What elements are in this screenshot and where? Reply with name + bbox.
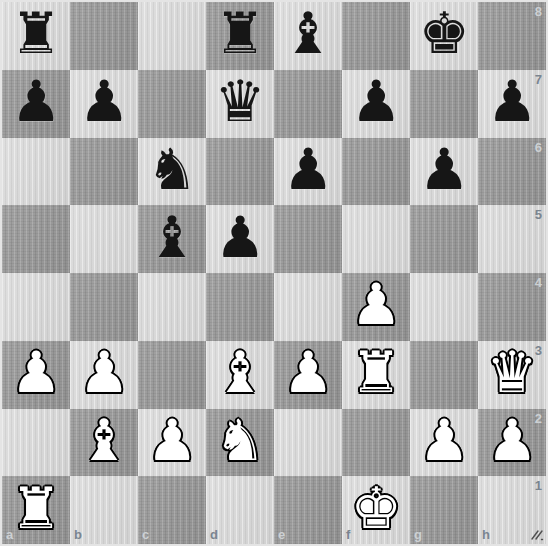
square-g1[interactable]: g bbox=[410, 476, 478, 544]
square-g7[interactable] bbox=[410, 70, 478, 138]
square-b4[interactable] bbox=[70, 273, 138, 341]
square-h8[interactable]: 8 bbox=[478, 2, 546, 70]
square-e4[interactable] bbox=[274, 273, 342, 341]
coord-rank-6: 6 bbox=[535, 141, 542, 154]
square-h4[interactable]: 4 bbox=[478, 273, 546, 341]
coord-file-e: e bbox=[278, 528, 285, 541]
square-b2[interactable]: ♝ bbox=[70, 409, 138, 477]
coord-file-c: c bbox=[142, 528, 149, 541]
piece-black-pawn[interactable]: ♟ bbox=[214, 209, 265, 266]
square-a8[interactable]: ♜ bbox=[2, 2, 70, 70]
square-a2[interactable] bbox=[2, 409, 70, 477]
square-g4[interactable] bbox=[410, 273, 478, 341]
square-e3[interactable]: ♟ bbox=[274, 341, 342, 409]
chess-board: ♜♜♝♚8♟♟♛♟♟7♞♟♟6♝♟5♟4♟♟♝♟♜♛3♝♟♞♟♟2♜abcde♚… bbox=[0, 0, 548, 546]
piece-white-bishop[interactable]: ♝ bbox=[78, 412, 129, 469]
square-b8[interactable] bbox=[70, 2, 138, 70]
piece-black-rook[interactable]: ♜ bbox=[214, 5, 265, 62]
square-a7[interactable]: ♟ bbox=[2, 70, 70, 138]
square-c1[interactable]: c bbox=[138, 476, 206, 544]
piece-white-pawn[interactable]: ♟ bbox=[146, 412, 197, 469]
square-a3[interactable]: ♟ bbox=[2, 341, 70, 409]
chess-board-container: ♜♜♝♚8♟♟♛♟♟7♞♟♟6♝♟5♟4♟♟♝♟♜♛3♝♟♞♟♟2♜abcde♚… bbox=[0, 0, 548, 546]
square-h2[interactable]: ♟2 bbox=[478, 409, 546, 477]
coord-file-d: d bbox=[210, 528, 218, 541]
piece-black-pawn[interactable]: ♟ bbox=[282, 141, 333, 198]
square-d2[interactable]: ♞ bbox=[206, 409, 274, 477]
square-f7[interactable]: ♟ bbox=[342, 70, 410, 138]
piece-black-pawn[interactable]: ♟ bbox=[486, 73, 537, 130]
square-f2[interactable] bbox=[342, 409, 410, 477]
piece-black-rook[interactable]: ♜ bbox=[10, 5, 61, 62]
square-h3[interactable]: ♛3 bbox=[478, 341, 546, 409]
square-g5[interactable] bbox=[410, 205, 478, 273]
square-c6[interactable]: ♞ bbox=[138, 138, 206, 206]
square-f4[interactable]: ♟ bbox=[342, 273, 410, 341]
piece-black-pawn[interactable]: ♟ bbox=[418, 141, 469, 198]
square-c5[interactable]: ♝ bbox=[138, 205, 206, 273]
square-c8[interactable] bbox=[138, 2, 206, 70]
square-b1[interactable]: b bbox=[70, 476, 138, 544]
square-g8[interactable]: ♚ bbox=[410, 2, 478, 70]
square-f5[interactable] bbox=[342, 205, 410, 273]
piece-white-rook[interactable]: ♜ bbox=[10, 480, 61, 537]
square-a6[interactable] bbox=[2, 138, 70, 206]
square-e6[interactable]: ♟ bbox=[274, 138, 342, 206]
square-b5[interactable] bbox=[70, 205, 138, 273]
piece-white-king[interactable]: ♚ bbox=[350, 480, 401, 537]
square-d7[interactable]: ♛ bbox=[206, 70, 274, 138]
square-e2[interactable] bbox=[274, 409, 342, 477]
coord-rank-1: 1 bbox=[535, 479, 542, 492]
square-g6[interactable]: ♟ bbox=[410, 138, 478, 206]
piece-white-queen[interactable]: ♛ bbox=[486, 344, 537, 401]
square-h7[interactable]: ♟7 bbox=[478, 70, 546, 138]
piece-black-pawn[interactable]: ♟ bbox=[350, 73, 401, 130]
piece-white-bishop[interactable]: ♝ bbox=[214, 344, 265, 401]
piece-black-pawn[interactable]: ♟ bbox=[78, 73, 129, 130]
square-d8[interactable]: ♜ bbox=[206, 2, 274, 70]
square-c2[interactable]: ♟ bbox=[138, 409, 206, 477]
square-c4[interactable] bbox=[138, 273, 206, 341]
square-g2[interactable]: ♟ bbox=[410, 409, 478, 477]
piece-black-pawn[interactable]: ♟ bbox=[10, 73, 61, 130]
square-d4[interactable] bbox=[206, 273, 274, 341]
square-f3[interactable]: ♜ bbox=[342, 341, 410, 409]
square-c3[interactable] bbox=[138, 341, 206, 409]
piece-black-bishop[interactable]: ♝ bbox=[146, 209, 197, 266]
square-f6[interactable] bbox=[342, 138, 410, 206]
piece-white-knight[interactable]: ♞ bbox=[214, 412, 265, 469]
piece-white-pawn[interactable]: ♟ bbox=[350, 276, 401, 333]
square-f1[interactable]: ♚f bbox=[342, 476, 410, 544]
coord-file-b: b bbox=[74, 528, 82, 541]
piece-white-pawn[interactable]: ♟ bbox=[282, 344, 333, 401]
piece-white-pawn[interactable]: ♟ bbox=[78, 344, 129, 401]
piece-white-pawn[interactable]: ♟ bbox=[10, 344, 61, 401]
piece-black-queen[interactable]: ♛ bbox=[214, 73, 265, 130]
square-f8[interactable] bbox=[342, 2, 410, 70]
coord-rank-5: 5 bbox=[535, 208, 542, 221]
board-resize-handle-icon[interactable] bbox=[531, 529, 544, 542]
square-a5[interactable] bbox=[2, 205, 70, 273]
piece-white-pawn[interactable]: ♟ bbox=[418, 412, 469, 469]
square-h6[interactable]: 6 bbox=[478, 138, 546, 206]
square-h1[interactable]: h1 bbox=[478, 476, 546, 544]
square-a1[interactable]: ♜a bbox=[2, 476, 70, 544]
coord-file-g: g bbox=[414, 528, 422, 541]
square-d3[interactable]: ♝ bbox=[206, 341, 274, 409]
coord-file-h: h bbox=[482, 528, 490, 541]
square-b6[interactable] bbox=[70, 138, 138, 206]
square-b7[interactable]: ♟ bbox=[70, 70, 138, 138]
square-e1[interactable]: e bbox=[274, 476, 342, 544]
square-d5[interactable]: ♟ bbox=[206, 205, 274, 273]
square-d6[interactable] bbox=[206, 138, 274, 206]
square-g3[interactable] bbox=[410, 341, 478, 409]
square-e5[interactable] bbox=[274, 205, 342, 273]
square-e8[interactable]: ♝ bbox=[274, 2, 342, 70]
piece-white-rook[interactable]: ♜ bbox=[350, 344, 401, 401]
piece-white-pawn[interactable]: ♟ bbox=[486, 412, 537, 469]
square-e7[interactable] bbox=[274, 70, 342, 138]
square-d1[interactable]: d bbox=[206, 476, 274, 544]
square-h5[interactable]: 5 bbox=[478, 205, 546, 273]
coord-rank-8: 8 bbox=[535, 5, 542, 18]
piece-black-bishop[interactable]: ♝ bbox=[282, 5, 333, 62]
piece-black-king[interactable]: ♚ bbox=[418, 5, 469, 62]
square-a4[interactable] bbox=[2, 273, 70, 341]
piece-black-knight[interactable]: ♞ bbox=[146, 141, 197, 198]
square-b3[interactable]: ♟ bbox=[70, 341, 138, 409]
square-c7[interactable] bbox=[138, 70, 206, 138]
coord-rank-4: 4 bbox=[535, 276, 542, 289]
